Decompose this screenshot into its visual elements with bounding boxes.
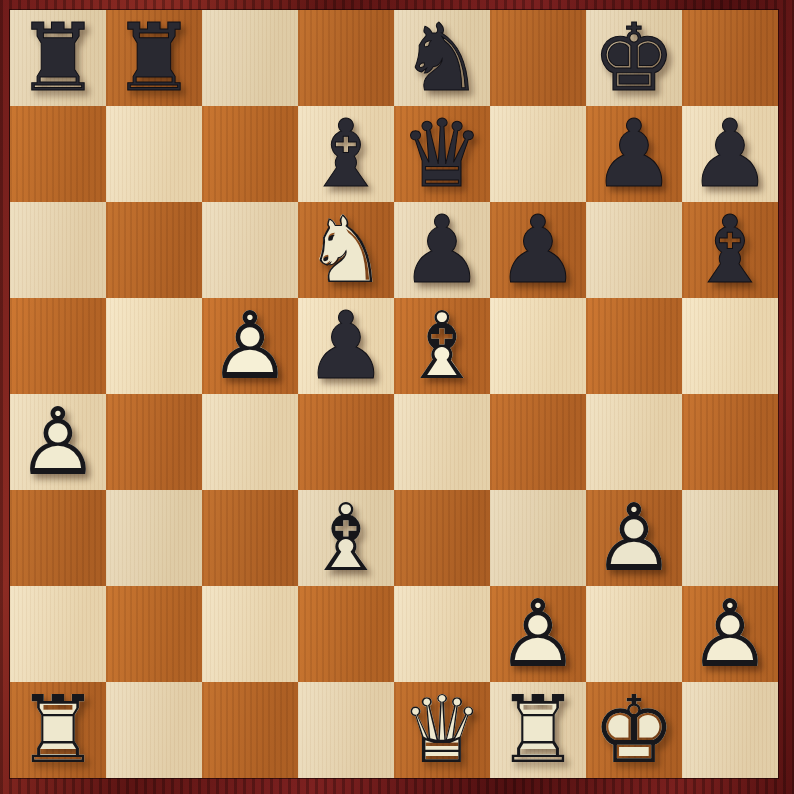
square-a8[interactable]: ♜ [10,10,106,106]
black-bishop-h6[interactable]: ♝ [682,202,778,298]
square-a2[interactable] [10,586,106,682]
piece-fill-glyph: ♜ [10,10,106,106]
white-king-g1[interactable]: ♚♔ [586,682,682,778]
square-f3[interactable] [490,490,586,586]
black-rook-a8[interactable]: ♜ [10,10,106,106]
black-pawn-d5[interactable]: ♟ [298,298,394,394]
piece-outline-glyph: ♙ [10,394,106,490]
square-a5[interactable] [10,298,106,394]
square-c6[interactable] [202,202,298,298]
black-pawn-e6[interactable]: ♟ [394,202,490,298]
square-g6[interactable] [586,202,682,298]
piece-fill-glyph: ♟ [298,298,394,394]
black-bishop-d7[interactable]: ♝ [298,106,394,202]
square-e7[interactable]: ♛ [394,106,490,202]
square-b5[interactable] [106,298,202,394]
piece-fill-glyph: ♟ [586,106,682,202]
square-a4[interactable]: ♟♙ [10,394,106,490]
square-b7[interactable] [106,106,202,202]
square-e3[interactable] [394,490,490,586]
square-h7[interactable]: ♟ [682,106,778,202]
square-h3[interactable] [682,490,778,586]
piece-fill-glyph: ♜ [106,10,202,106]
square-h8[interactable] [682,10,778,106]
piece-fill-glyph: ♞ [394,10,490,106]
square-c1[interactable] [202,682,298,778]
white-rook-f1[interactable]: ♜♖ [490,682,586,778]
square-e5[interactable]: ♝♗ [394,298,490,394]
white-bishop-e5[interactable]: ♝♗ [394,298,490,394]
square-e1[interactable]: ♛♕ [394,682,490,778]
square-d8[interactable] [298,10,394,106]
white-knight-d6[interactable]: ♞♘ [298,202,394,298]
white-pawn-a4[interactable]: ♟♙ [10,394,106,490]
square-e8[interactable]: ♞ [394,10,490,106]
square-d7[interactable]: ♝ [298,106,394,202]
square-b1[interactable] [106,682,202,778]
black-queen-e7[interactable]: ♛ [394,106,490,202]
square-d4[interactable] [298,394,394,490]
square-f8[interactable] [490,10,586,106]
white-pawn-c5[interactable]: ♟♙ [202,298,298,394]
white-rook-a1[interactable]: ♜♖ [10,682,106,778]
square-a1[interactable]: ♜♖ [10,682,106,778]
chess-board: ♜♜♞♚♝♛♟♟♞♘♟♟♝♟♙♟♝♗♟♙♝♗♟♙♟♙♟♙♜♖♛♕♜♖♚♔ [10,10,778,778]
square-c5[interactable]: ♟♙ [202,298,298,394]
square-c4[interactable] [202,394,298,490]
white-pawn-f2[interactable]: ♟♙ [490,586,586,682]
square-d2[interactable] [298,586,394,682]
piece-fill-glyph: ♝ [298,106,394,202]
square-c2[interactable] [202,586,298,682]
square-a3[interactable] [10,490,106,586]
square-d6[interactable]: ♞♘ [298,202,394,298]
piece-fill-glyph: ♟ [682,106,778,202]
square-g5[interactable] [586,298,682,394]
square-g1[interactable]: ♚♔ [586,682,682,778]
square-g4[interactable] [586,394,682,490]
square-f6[interactable]: ♟ [490,202,586,298]
square-b3[interactable] [106,490,202,586]
board-frame: ♜♜♞♚♝♛♟♟♞♘♟♟♝♟♙♟♝♗♟♙♝♗♟♙♟♙♟♙♜♖♛♕♜♖♚♔ [0,0,794,794]
black-pawn-f6[interactable]: ♟ [490,202,586,298]
black-knight-e8[interactable]: ♞ [394,10,490,106]
square-b8[interactable]: ♜ [106,10,202,106]
square-c8[interactable] [202,10,298,106]
piece-outline-glyph: ♗ [394,298,490,394]
piece-outline-glyph: ♙ [682,586,778,682]
piece-outline-glyph: ♖ [10,682,106,778]
black-pawn-g7[interactable]: ♟ [586,106,682,202]
piece-outline-glyph: ♙ [202,298,298,394]
square-c3[interactable] [202,490,298,586]
piece-fill-glyph: ♟ [394,202,490,298]
black-pawn-h7[interactable]: ♟ [682,106,778,202]
black-rook-b8[interactable]: ♜ [106,10,202,106]
white-pawn-g3[interactable]: ♟♙ [586,490,682,586]
square-h4[interactable] [682,394,778,490]
square-h5[interactable] [682,298,778,394]
piece-outline-glyph: ♙ [490,586,586,682]
piece-outline-glyph: ♗ [298,490,394,586]
piece-outline-glyph: ♕ [394,682,490,778]
square-e4[interactable] [394,394,490,490]
square-b6[interactable] [106,202,202,298]
white-pawn-h2[interactable]: ♟♙ [682,586,778,682]
white-queen-e1[interactable]: ♛♕ [394,682,490,778]
square-b2[interactable] [106,586,202,682]
piece-outline-glyph: ♔ [586,682,682,778]
square-a6[interactable] [10,202,106,298]
square-g7[interactable]: ♟ [586,106,682,202]
square-d1[interactable] [298,682,394,778]
square-f7[interactable] [490,106,586,202]
piece-outline-glyph: ♙ [586,490,682,586]
square-e6[interactable]: ♟ [394,202,490,298]
piece-fill-glyph: ♟ [490,202,586,298]
square-c7[interactable] [202,106,298,202]
black-king-g8[interactable]: ♚ [586,10,682,106]
square-a7[interactable] [10,106,106,202]
square-f5[interactable] [490,298,586,394]
square-f4[interactable] [490,394,586,490]
piece-fill-glyph: ♚ [586,10,682,106]
square-h2[interactable]: ♟♙ [682,586,778,682]
square-d5[interactable]: ♟ [298,298,394,394]
piece-outline-glyph: ♖ [490,682,586,778]
square-b4[interactable] [106,394,202,490]
white-bishop-d3[interactable]: ♝♗ [298,490,394,586]
square-d3[interactable]: ♝♗ [298,490,394,586]
square-g8[interactable]: ♚ [586,10,682,106]
piece-outline-glyph: ♘ [298,202,394,298]
square-g2[interactable] [586,586,682,682]
piece-fill-glyph: ♝ [682,202,778,298]
square-e2[interactable] [394,586,490,682]
square-h1[interactable] [682,682,778,778]
square-g3[interactable]: ♟♙ [586,490,682,586]
square-f2[interactable]: ♟♙ [490,586,586,682]
piece-fill-glyph: ♛ [394,106,490,202]
square-h6[interactable]: ♝ [682,202,778,298]
square-f1[interactable]: ♜♖ [490,682,586,778]
